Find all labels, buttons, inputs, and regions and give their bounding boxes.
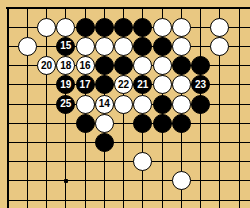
- white-stone: [114, 37, 133, 56]
- black-stone: [172, 56, 191, 75]
- black-stone: [133, 114, 152, 133]
- black-stone: [172, 114, 191, 133]
- black-stone-17: 17: [76, 75, 95, 94]
- black-stone: [153, 37, 172, 56]
- black-stone: [95, 56, 114, 75]
- white-stone: [37, 18, 56, 37]
- grid-line-horizontal: [8, 200, 250, 201]
- white-stone: [172, 75, 191, 94]
- white-stone: [133, 56, 152, 75]
- white-stone: [172, 37, 191, 56]
- white-stone-18: 18: [56, 56, 75, 75]
- white-stone-14: 14: [95, 95, 114, 114]
- black-stone: [114, 56, 133, 75]
- black-stone: [95, 133, 114, 152]
- black-stone: [153, 114, 172, 133]
- white-stone: [210, 37, 229, 56]
- black-stone: [95, 75, 114, 94]
- white-stone-16: 16: [76, 56, 95, 75]
- white-stone: [114, 95, 133, 114]
- black-stone-19: 19: [56, 75, 75, 94]
- white-stone: [95, 114, 114, 133]
- black-stone: [76, 114, 95, 133]
- black-stone: [133, 37, 152, 56]
- white-stone: [153, 56, 172, 75]
- black-stone: [191, 95, 210, 114]
- black-stone: [133, 18, 152, 37]
- grid-line-vertical: [46, 8, 47, 208]
- white-stone: [210, 18, 229, 37]
- black-stone-25: 25: [56, 95, 75, 114]
- board-edge-left: [7, 7, 9, 208]
- white-stone-20: 20: [37, 56, 56, 75]
- white-stone: [153, 18, 172, 37]
- white-stone-22: 22: [114, 75, 133, 94]
- white-stone: [153, 75, 172, 94]
- star-point: [64, 179, 68, 183]
- white-stone: [133, 95, 152, 114]
- black-stone: [114, 18, 133, 37]
- grid-line-horizontal: [8, 161, 250, 162]
- black-stone-21: 21: [133, 75, 152, 94]
- white-stone: [76, 37, 95, 56]
- black-stone: [191, 56, 210, 75]
- black-stone: [153, 95, 172, 114]
- white-stone: [172, 95, 191, 114]
- go-board[interactable]: 1520181619172221232514: [0, 0, 250, 208]
- white-stone: [172, 18, 191, 37]
- white-stone: [172, 171, 191, 190]
- black-stone-15: 15: [56, 37, 75, 56]
- white-stone: [56, 18, 75, 37]
- white-stone: [95, 37, 114, 56]
- grid-line-horizontal: [8, 180, 250, 181]
- grid-line-vertical: [239, 8, 240, 208]
- black-stone-23: 23: [191, 75, 210, 94]
- white-stone: [76, 95, 95, 114]
- board-edge-top: [6, 7, 250, 9]
- grid-line-horizontal: [8, 123, 250, 124]
- white-stone: [18, 37, 37, 56]
- grid-line-horizontal: [8, 142, 250, 143]
- black-stone: [95, 18, 114, 37]
- white-stone: [133, 152, 152, 171]
- black-stone: [76, 18, 95, 37]
